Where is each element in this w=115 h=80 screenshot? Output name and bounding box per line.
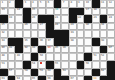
black-cell-8-5 [31,53,39,61]
clue-number: 44 [47,46,50,49]
cell-6-10[interactable]: 38 [69,38,77,46]
cell-1-7[interactable]: 6 [46,0,54,8]
cell-4-9[interactable] [61,23,69,31]
clue-number: 12 [109,1,112,4]
clue-number: 64 [17,77,20,80]
clue-number: 37 [47,39,50,42]
cell-10-11[interactable] [77,69,85,77]
black-cell-11-6 [38,76,46,80]
cell-8-13[interactable]: 51 [92,53,100,61]
clue-number: 34 [1,39,4,42]
cell-8-6[interactable]: 50 [38,53,46,61]
cell-3-3[interactable] [15,15,23,23]
cell-1-10[interactable]: 8 [69,0,77,8]
clue-number: 60 [47,69,50,72]
clue-number: 61 [63,69,66,72]
crossword-board: 1234567891011121314151617181920212223242… [0,0,115,80]
clue-number: 63 [1,77,4,80]
cell-8-7[interactable] [46,53,54,61]
cell-6-12[interactable] [84,38,92,46]
clue-number: 62 [101,69,104,72]
clue-number: 6 [47,1,49,4]
cell-4-13[interactable] [92,23,100,31]
black-cell-3-7 [46,15,54,23]
cell-4-12[interactable]: 30 [84,23,92,31]
cell-9-1[interactable]: 53 [0,61,8,69]
cell-8-2[interactable] [8,53,16,61]
black-cell-6-13 [92,38,100,46]
clue-number: 23 [93,16,96,19]
clue-number: 1 [1,1,3,4]
cell-1-2[interactable]: 2 [8,0,16,8]
cell-1-6[interactable]: 5 [38,0,46,8]
clue-number: 11 [101,1,104,4]
cell-7-4[interactable]: 42 [23,46,31,54]
clue-number: 56 [86,62,89,65]
clue-number: 54 [32,62,35,65]
cell-5-10[interactable]: 33 [69,30,77,38]
cell-3-13[interactable]: 23 [92,15,100,23]
cell-8-9[interactable] [61,53,69,61]
black-cell-11-9 [61,76,69,80]
clue-number: 28 [55,23,58,26]
cell-10-14[interactable]: 62 [100,69,108,77]
clue-number: 67 [70,77,73,80]
black-cell-2-4 [23,8,31,16]
clue-number: 4 [32,1,34,4]
cell-7-10[interactable] [69,46,77,54]
cell-5-3[interactable] [15,30,23,38]
cell-1-14[interactable]: 11 [100,0,108,8]
clue-number: 3 [24,1,26,4]
cell-7-11[interactable] [77,46,85,54]
black-cell-11-14 [100,76,108,80]
cell-11-5[interactable]: 65 [31,76,39,80]
cell-6-11[interactable] [77,38,85,46]
clue-number: 33 [70,31,73,34]
cell-6-6[interactable]: 36 [38,38,46,46]
cell-8-4[interactable] [23,53,31,61]
clue-number: 15 [32,8,35,11]
cell-5-4[interactable] [23,30,31,38]
black-cell-2-10 [69,8,77,16]
clue-number: 46 [63,46,66,49]
clue-number: 29 [70,23,73,26]
cell-3-2[interactable]: 19 [8,15,16,23]
cell-11-7[interactable]: 66 [46,76,54,80]
clue-number: 49 [17,54,20,57]
clue-number: 50 [40,54,43,57]
cell-5-15[interactable] [107,30,115,38]
black-cell-4-7 [46,23,54,31]
cell-10-12[interactable] [84,69,92,77]
clue-number: 40 [1,46,4,49]
clue-number: 26 [24,23,27,26]
cell-2-3[interactable]: 14 [15,8,23,16]
cell-2-9[interactable] [61,8,69,16]
clue-number: 13 [1,8,4,11]
clue-number: 47 [109,46,112,49]
cell-7-12[interactable] [84,46,92,54]
clue-number: 35 [24,39,27,42]
cell-1-11[interactable]: 9 [77,0,85,8]
clue-number: 25 [1,23,4,26]
clue-number: 5 [40,1,42,4]
clue-number: 36 [40,39,43,42]
clue-number: 57 [9,69,12,72]
cell-6-14[interactable]: 39 [100,38,108,46]
black-cell-5-8 [54,30,62,38]
clue-number: 8 [70,1,72,4]
cell-8-8[interactable] [54,53,62,61]
cell-4-2[interactable] [8,23,16,31]
clue-number: 38 [70,39,73,42]
black-cell-5-7 [46,30,54,38]
clue-number: 51 [93,54,96,57]
black-cell-10-15 [107,69,115,77]
cell-5-2[interactable] [8,30,16,38]
clue-number: 18 [93,8,96,11]
cell-11-3[interactable]: 64 [15,76,23,80]
cell-7-5[interactable]: 43 [31,46,39,54]
clue-number: 52 [101,54,104,57]
cell-8-1[interactable]: 48 [0,53,8,61]
cell-8-14[interactable]: 52 [100,53,108,61]
clue-number: 41 [9,46,12,49]
cell-10-9[interactable]: 61 [61,69,69,77]
clue-number: 45 [55,46,58,49]
cell-4-3[interactable] [15,23,23,31]
cell-5-6[interactable] [38,30,46,38]
cell-11-13[interactable]: 68 [92,76,100,80]
clue-number: 20 [32,16,35,19]
cell-2-12[interactable]: 17 [84,8,92,16]
cell-5-1[interactable]: 32 [0,30,8,38]
black-cell-9-15 [107,61,115,69]
black-cell-11-2 [8,76,16,80]
black-cell-6-3 [15,38,23,46]
cell-2-7[interactable] [46,8,54,16]
cell-1-9[interactable]: 7 [61,0,69,8]
cell-2-6[interactable] [38,8,46,16]
clue-number: 42 [24,46,27,49]
clue-number: 17 [86,8,89,11]
cell-4-15[interactable] [107,23,115,31]
black-cell-11-8 [54,76,62,80]
clue-number: 39 [101,39,104,42]
black-cell-9-11 [77,61,85,69]
clue-number: 68 [93,77,96,80]
cell-11-11[interactable] [77,76,85,80]
black-cell-11-15 [107,76,115,80]
cell-2-1[interactable]: 13 [0,8,8,16]
cell-3-11[interactable]: 22 [77,15,85,23]
black-cell-8-12 [84,53,92,61]
clue-number: 58 [24,69,27,72]
cell-7-2[interactable]: 41 [8,46,16,54]
cell-9-13[interactable] [92,61,100,69]
cell-1-15[interactable]: 12 [107,0,115,8]
cell-11-10[interactable]: 67 [69,76,77,80]
cell-11-1[interactable]: 63 [0,76,8,80]
cell-4-8[interactable]: 28 [54,23,62,31]
cell-8-15[interactable] [107,53,115,61]
clue-number: 22 [78,16,81,19]
cell-7-15[interactable]: 47 [107,46,115,54]
cell-2-14[interactable] [100,8,108,16]
clue-number: 59 [40,69,43,72]
cell-3-9[interactable] [61,15,69,23]
black-cell-5-9 [61,30,69,38]
clue-number: 43 [32,46,35,49]
cell-9-12[interactable]: 56 [84,61,92,69]
clue-number: 27 [40,23,43,26]
cell-9-5[interactable]: 54 [31,61,39,69]
cell-11-4[interactable] [23,76,31,80]
cell-10-4[interactable]: 58 [23,69,31,77]
cell-9-10[interactable] [69,61,77,69]
cell-4-6[interactable]: 27 [38,23,46,31]
cell-5-11[interactable] [77,30,85,38]
cell-8-11[interactable] [77,53,85,61]
black-cell-10-8 [54,69,62,77]
cell-7-9[interactable]: 46 [61,46,69,54]
clue-number: 24 [109,16,112,19]
clue-number: 2 [9,1,11,4]
clue-number: 7 [63,1,65,4]
clue-number: 21 [55,16,58,19]
clue-number: 19 [9,16,12,19]
cell-1-4[interactable]: 3 [23,0,31,8]
cell-3-5[interactable]: 20 [31,15,39,23]
cell-8-10[interactable] [69,53,77,61]
clue-number: 14 [17,8,20,11]
clue-number: 16 [55,8,58,11]
clue-number: 10 [86,1,89,4]
cell-3-15[interactable]: 24 [107,15,115,23]
clue-number: 55 [55,62,58,65]
cell-10-6[interactable]: 59 [38,69,46,77]
cell-5-14[interactable] [100,30,108,38]
cell-5-13[interactable] [92,30,100,38]
clue-number: 9 [78,1,80,4]
clue-number: 31 [101,23,104,26]
cell-7-7[interactable]: 44 [46,46,54,54]
cell-4-11[interactable] [77,23,85,31]
check-mark [40,62,42,64]
cell-8-3[interactable]: 49 [15,53,23,61]
cell-4-5[interactable] [31,23,39,31]
clue-number: 30 [86,23,89,26]
clue-number: 53 [1,62,4,65]
clue-number: 65 [32,77,35,80]
black-cell-11-12 [84,76,92,80]
clue-number: 66 [47,77,50,80]
cell-5-5[interactable] [31,30,39,38]
clue-number: 48 [1,54,4,57]
cell-4-14[interactable]: 31 [100,23,108,31]
cell-4-4[interactable]: 26 [23,23,31,31]
cell-10-2[interactable]: 57 [8,69,16,77]
cell-7-8[interactable]: 45 [54,46,62,54]
cell-5-12[interactable] [84,30,92,38]
clue-number: 32 [1,31,4,34]
cell-9-8[interactable]: 55 [54,61,62,69]
cell-9-3[interactable] [15,61,23,69]
